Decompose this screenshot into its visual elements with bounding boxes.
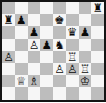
black-rook-piece[interactable]: ♜ [3, 14, 13, 26]
black-rook-piece[interactable]: ♜ [92, 2, 102, 14]
square-f4[interactable]: ♖ [66, 51, 79, 63]
chess-board: ♜♜♟♚♟♛♟♙♟♞♙♖♙♙♖♕♗♔ [2, 2, 104, 100]
white-rook-piece[interactable]: ♖ [67, 51, 77, 63]
square-g6[interactable]: ♟ [79, 26, 92, 38]
square-c6[interactable]: ♟ [28, 26, 41, 38]
square-b4[interactable] [15, 51, 28, 63]
square-f7[interactable] [66, 14, 79, 26]
square-a7[interactable]: ♜ [2, 14, 15, 26]
square-f2[interactable] [66, 75, 79, 87]
square-a1[interactable] [2, 87, 15, 99]
square-d8[interactable] [40, 2, 53, 14]
square-f3[interactable]: ♙ [66, 63, 79, 75]
square-a2[interactable] [2, 75, 15, 87]
square-g4[interactable] [79, 51, 92, 63]
square-h6[interactable] [91, 26, 104, 38]
white-rook-piece[interactable]: ♖ [80, 63, 90, 75]
square-b6[interactable] [15, 26, 28, 38]
square-c7[interactable] [28, 14, 41, 26]
square-g1[interactable] [79, 87, 92, 99]
square-d4[interactable] [40, 51, 53, 63]
square-e3[interactable]: ♙ [53, 63, 66, 75]
white-bishop-piece[interactable]: ♗ [29, 75, 39, 87]
square-d2[interactable] [40, 75, 53, 87]
square-b3[interactable] [15, 63, 28, 75]
square-c4[interactable] [28, 51, 41, 63]
square-a4[interactable]: ♙ [2, 51, 15, 63]
square-h2[interactable] [91, 75, 104, 87]
black-pawn-piece[interactable]: ♟ [16, 14, 26, 26]
square-a6[interactable] [2, 26, 15, 38]
square-a5[interactable] [2, 39, 15, 51]
square-e4[interactable] [53, 51, 66, 63]
white-pawn-piece[interactable]: ♙ [67, 63, 77, 75]
chess-board-frame: ♜♜♟♚♟♛♟♙♟♞♙♖♙♙♖♕♗♔ [0, 0, 106, 102]
square-e6[interactable] [53, 26, 66, 38]
white-pawn-piece[interactable]: ♙ [54, 63, 64, 75]
square-g2[interactable]: ♔ [79, 75, 92, 87]
square-c8[interactable] [28, 2, 41, 14]
square-d5[interactable]: ♟ [40, 39, 53, 51]
square-h1[interactable] [91, 87, 104, 99]
square-b1[interactable] [15, 87, 28, 99]
square-f6[interactable]: ♛ [66, 26, 79, 38]
white-pawn-piece[interactable]: ♙ [3, 51, 13, 63]
square-d3[interactable] [40, 63, 53, 75]
square-e5[interactable]: ♞ [53, 39, 66, 51]
white-queen-piece[interactable]: ♕ [16, 75, 26, 87]
square-b2[interactable]: ♕ [15, 75, 28, 87]
square-g8[interactable] [79, 2, 92, 14]
square-g7[interactable] [79, 14, 92, 26]
black-knight-piece[interactable]: ♞ [54, 39, 64, 51]
square-e2[interactable] [53, 75, 66, 87]
square-d7[interactable] [40, 14, 53, 26]
black-pawn-piece[interactable]: ♟ [41, 39, 51, 51]
square-d1[interactable] [40, 87, 53, 99]
square-c2[interactable]: ♗ [28, 75, 41, 87]
square-e8[interactable] [53, 2, 66, 14]
square-b5[interactable] [15, 39, 28, 51]
square-f8[interactable] [66, 2, 79, 14]
white-king-piece[interactable]: ♔ [80, 75, 90, 87]
square-c1[interactable] [28, 87, 41, 99]
square-c5[interactable]: ♙ [28, 39, 41, 51]
square-c3[interactable] [28, 63, 41, 75]
square-b7[interactable]: ♟ [15, 14, 28, 26]
square-h3[interactable] [91, 63, 104, 75]
square-b8[interactable] [15, 2, 28, 14]
square-h7[interactable] [91, 14, 104, 26]
square-g3[interactable]: ♖ [79, 63, 92, 75]
white-pawn-piece[interactable]: ♙ [29, 39, 39, 51]
square-f1[interactable] [66, 87, 79, 99]
square-e1[interactable] [53, 87, 66, 99]
square-h5[interactable] [91, 39, 104, 51]
black-pawn-piece[interactable]: ♟ [29, 26, 39, 38]
square-a8[interactable] [2, 2, 15, 14]
square-a3[interactable] [2, 63, 15, 75]
square-d6[interactable] [40, 26, 53, 38]
square-h4[interactable] [91, 51, 104, 63]
black-king-piece[interactable]: ♚ [54, 14, 64, 26]
square-g5[interactable] [79, 39, 92, 51]
black-queen-piece[interactable]: ♛ [67, 26, 77, 38]
square-h8[interactable]: ♜ [91, 2, 104, 14]
square-f5[interactable] [66, 39, 79, 51]
black-pawn-piece[interactable]: ♟ [80, 26, 90, 38]
square-e7[interactable]: ♚ [53, 14, 66, 26]
